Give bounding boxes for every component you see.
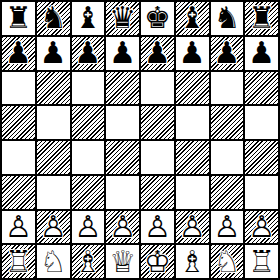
black-piece-body: ♞ [40, 3, 67, 33]
square-b2[interactable]: ♟♙ [37, 211, 70, 244]
black-piece-body: ♝ [74, 3, 101, 33]
square-h7[interactable]: ♟ [245, 37, 278, 70]
black-knight-piece: ♞ [37, 2, 69, 34]
black-rook-piece: ♜ [2, 2, 34, 34]
black-pawn-piece: ♟ [176, 37, 208, 69]
square-e7[interactable]: ♟ [141, 37, 174, 70]
white-rook-piece: ♜♖ [246, 246, 278, 278]
square-d4[interactable] [106, 141, 139, 174]
square-b8[interactable]: ♞ [37, 2, 70, 35]
white-piece-outline: ♕ [109, 247, 136, 277]
square-e4[interactable] [141, 141, 174, 174]
black-rook-piece: ♜ [246, 2, 278, 34]
square-b5[interactable] [37, 106, 70, 139]
black-piece-body: ♜ [5, 3, 32, 33]
white-knight-piece: ♞♘ [211, 246, 243, 278]
square-d8[interactable]: ♛ [106, 2, 139, 35]
square-d6[interactable] [106, 72, 139, 105]
black-piece-body: ♜ [248, 3, 275, 33]
square-a4[interactable] [2, 141, 35, 174]
square-d7[interactable]: ♟ [106, 37, 139, 70]
square-h6[interactable] [245, 72, 278, 105]
black-pawn-piece: ♟ [141, 37, 173, 69]
square-g5[interactable] [211, 106, 244, 139]
square-c8[interactable]: ♝ [72, 2, 105, 35]
square-h5[interactable] [245, 106, 278, 139]
square-e2[interactable]: ♟♙ [141, 211, 174, 244]
square-g1[interactable]: ♞♘ [211, 245, 244, 278]
square-c6[interactable] [72, 72, 105, 105]
black-pawn-piece: ♟ [107, 37, 139, 69]
white-piece-outline: ♙ [40, 212, 67, 242]
white-pawn-piece: ♟♙ [211, 211, 243, 243]
square-a2[interactable]: ♟♙ [2, 211, 35, 244]
square-f8[interactable]: ♝ [176, 2, 209, 35]
square-e3[interactable] [141, 176, 174, 209]
square-b6[interactable] [37, 72, 70, 105]
black-piece-body: ♟ [213, 38, 240, 68]
white-piece-outline: ♖ [5, 247, 32, 277]
white-knight-piece: ♞♘ [37, 246, 69, 278]
square-h3[interactable] [245, 176, 278, 209]
white-piece-outline: ♙ [5, 212, 32, 242]
white-rook-piece: ♜♖ [2, 246, 34, 278]
white-piece-outline: ♙ [74, 212, 101, 242]
square-e8[interactable]: ♚ [141, 2, 174, 35]
white-pawn-piece: ♟♙ [37, 211, 69, 243]
white-piece-outline: ♗ [74, 247, 101, 277]
square-d3[interactable] [106, 176, 139, 209]
chess-board: ♜♞♝♛♚♝♞♜♟♟♟♟♟♟♟♟♟♙♟♙♟♙♟♙♟♙♟♙♟♙♟♙♜♖♞♘♝♗♛♕… [0, 0, 280, 280]
square-e1[interactable]: ♚♔ [141, 245, 174, 278]
square-a7[interactable]: ♟ [2, 37, 35, 70]
square-h4[interactable] [245, 141, 278, 174]
white-pawn-piece: ♟♙ [2, 211, 34, 243]
square-b1[interactable]: ♞♘ [37, 245, 70, 278]
black-piece-body: ♟ [248, 38, 275, 68]
white-piece-outline: ♙ [213, 212, 240, 242]
square-g7[interactable]: ♟ [211, 37, 244, 70]
white-bishop-piece: ♝♗ [176, 246, 208, 278]
square-d1[interactable]: ♛♕ [106, 245, 139, 278]
square-d5[interactable] [106, 106, 139, 139]
black-pawn-piece: ♟ [246, 37, 278, 69]
square-c2[interactable]: ♟♙ [72, 211, 105, 244]
square-f7[interactable]: ♟ [176, 37, 209, 70]
square-f2[interactable]: ♟♙ [176, 211, 209, 244]
black-piece-body: ♟ [179, 38, 206, 68]
black-knight-piece: ♞ [211, 2, 243, 34]
white-piece-outline: ♖ [248, 247, 275, 277]
black-piece-body: ♟ [5, 38, 32, 68]
square-a6[interactable] [2, 72, 35, 105]
white-pawn-piece: ♟♙ [176, 211, 208, 243]
square-g4[interactable] [211, 141, 244, 174]
white-pawn-piece: ♟♙ [246, 211, 278, 243]
black-piece-body: ♛ [109, 3, 136, 33]
white-pawn-piece: ♟♙ [141, 211, 173, 243]
square-c7[interactable]: ♟ [72, 37, 105, 70]
square-c3[interactable] [72, 176, 105, 209]
square-a5[interactable] [2, 106, 35, 139]
white-piece-outline: ♔ [144, 247, 171, 277]
square-h8[interactable]: ♜ [245, 2, 278, 35]
black-piece-body: ♟ [40, 38, 67, 68]
black-piece-body: ♚ [144, 3, 171, 33]
white-king-piece: ♚♔ [141, 246, 173, 278]
square-h1[interactable]: ♜♖ [245, 245, 278, 278]
square-g8[interactable]: ♞ [211, 2, 244, 35]
black-pawn-piece: ♟ [2, 37, 34, 69]
square-c1[interactable]: ♝♗ [72, 245, 105, 278]
white-piece-outline: ♙ [179, 212, 206, 242]
square-a8[interactable]: ♜ [2, 2, 35, 35]
black-pawn-piece: ♟ [72, 37, 104, 69]
square-g3[interactable] [211, 176, 244, 209]
black-piece-body: ♟ [109, 38, 136, 68]
black-pawn-piece: ♟ [211, 37, 243, 69]
white-pawn-piece: ♟♙ [107, 211, 139, 243]
square-b7[interactable]: ♟ [37, 37, 70, 70]
square-e5[interactable] [141, 106, 174, 139]
square-f5[interactable] [176, 106, 209, 139]
square-g6[interactable] [211, 72, 244, 105]
black-bishop-piece: ♝ [176, 2, 208, 34]
white-bishop-piece: ♝♗ [72, 246, 104, 278]
square-f1[interactable]: ♝♗ [176, 245, 209, 278]
white-piece-outline: ♘ [213, 247, 240, 277]
square-c5[interactable] [72, 106, 105, 139]
square-b3[interactable] [37, 176, 70, 209]
black-queen-piece: ♛ [107, 2, 139, 34]
black-bishop-piece: ♝ [72, 2, 104, 34]
black-pawn-piece: ♟ [37, 37, 69, 69]
square-a3[interactable] [2, 176, 35, 209]
white-piece-outline: ♘ [40, 247, 67, 277]
square-e6[interactable] [141, 72, 174, 105]
white-piece-outline: ♙ [144, 212, 171, 242]
black-piece-body: ♞ [213, 3, 240, 33]
black-piece-body: ♝ [179, 3, 206, 33]
square-h2[interactable]: ♟♙ [245, 211, 278, 244]
black-piece-body: ♟ [74, 38, 101, 68]
white-piece-outline: ♙ [248, 212, 275, 242]
square-f4[interactable] [176, 141, 209, 174]
square-b4[interactable] [37, 141, 70, 174]
square-f6[interactable] [176, 72, 209, 105]
square-c4[interactable] [72, 141, 105, 174]
white-piece-outline: ♙ [109, 212, 136, 242]
black-king-piece: ♚ [141, 2, 173, 34]
white-queen-piece: ♛♕ [107, 246, 139, 278]
white-pawn-piece: ♟♙ [72, 211, 104, 243]
black-piece-body: ♟ [144, 38, 171, 68]
white-piece-outline: ♗ [179, 247, 206, 277]
square-f3[interactable] [176, 176, 209, 209]
square-g2[interactable]: ♟♙ [211, 211, 244, 244]
square-d2[interactable]: ♟♙ [106, 211, 139, 244]
square-a1[interactable]: ♜♖ [2, 245, 35, 278]
